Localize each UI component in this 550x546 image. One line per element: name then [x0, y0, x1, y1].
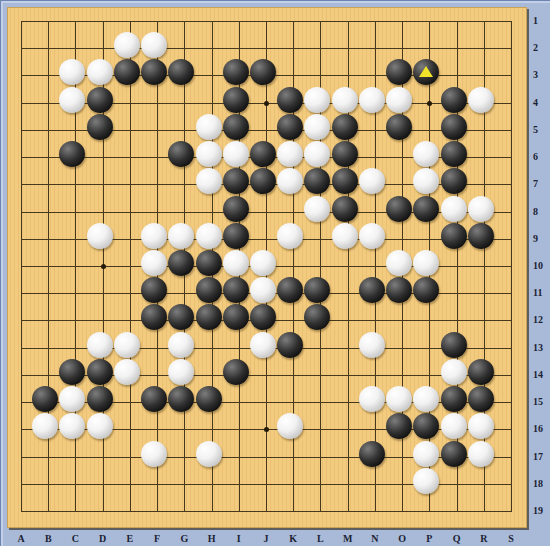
row-label: 4 — [533, 97, 550, 108]
white-stone[interactable] — [468, 413, 494, 439]
black-stone[interactable] — [441, 386, 467, 412]
white-stone[interactable] — [59, 59, 85, 85]
white-stone[interactable] — [114, 332, 140, 358]
white-stone[interactable] — [441, 413, 467, 439]
black-stone[interactable] — [250, 59, 276, 85]
black-stone[interactable] — [223, 223, 249, 249]
white-stone[interactable] — [441, 196, 467, 222]
column-label: Q — [447, 533, 467, 544]
white-stone[interactable] — [413, 441, 439, 467]
black-stone[interactable] — [304, 168, 330, 194]
black-stone[interactable] — [332, 141, 358, 167]
white-stone[interactable] — [87, 332, 113, 358]
column-label: N — [365, 533, 385, 544]
black-stone[interactable] — [59, 359, 85, 385]
grid-line-horizontal — [21, 511, 512, 512]
row-label: 7 — [533, 178, 550, 189]
black-stone[interactable] — [386, 196, 412, 222]
white-stone[interactable] — [196, 114, 222, 140]
row-label: 6 — [533, 151, 550, 162]
white-stone[interactable] — [141, 250, 167, 276]
row-label: 5 — [533, 124, 550, 135]
row-label: 3 — [533, 69, 550, 80]
white-stone[interactable] — [304, 114, 330, 140]
white-stone[interactable] — [59, 87, 85, 113]
go-board[interactable] — [7, 7, 527, 528]
white-stone[interactable] — [304, 141, 330, 167]
column-label: P — [419, 533, 439, 544]
black-stone[interactable] — [223, 359, 249, 385]
white-stone[interactable] — [386, 386, 412, 412]
white-stone[interactable] — [441, 359, 467, 385]
row-label: 16 — [533, 423, 550, 434]
black-stone[interactable] — [168, 141, 194, 167]
white-stone[interactable] — [196, 168, 222, 194]
star-point — [427, 101, 432, 106]
black-stone[interactable] — [223, 168, 249, 194]
white-stone[interactable] — [114, 359, 140, 385]
column-label: O — [392, 533, 412, 544]
white-stone[interactable] — [332, 87, 358, 113]
black-stone[interactable] — [114, 59, 140, 85]
black-stone[interactable] — [87, 87, 113, 113]
black-stone[interactable] — [196, 304, 222, 330]
last-move-marker — [419, 66, 433, 77]
black-stone[interactable] — [168, 386, 194, 412]
white-stone[interactable] — [413, 168, 439, 194]
white-stone[interactable] — [413, 468, 439, 494]
column-label: A — [11, 533, 31, 544]
white-stone[interactable] — [223, 141, 249, 167]
white-stone[interactable] — [168, 359, 194, 385]
black-stone[interactable] — [168, 250, 194, 276]
black-stone[interactable] — [386, 114, 412, 140]
white-stone[interactable] — [468, 87, 494, 113]
row-label: 17 — [533, 451, 550, 462]
row-label: 15 — [533, 396, 550, 407]
white-stone[interactable] — [359, 332, 385, 358]
column-label: C — [65, 533, 85, 544]
black-stone[interactable] — [223, 87, 249, 113]
black-stone[interactable] — [141, 277, 167, 303]
black-stone[interactable] — [332, 114, 358, 140]
star-point — [264, 427, 269, 432]
black-stone[interactable] — [141, 386, 167, 412]
column-label: F — [147, 533, 167, 544]
grid-line-vertical — [511, 21, 512, 512]
white-stone[interactable] — [359, 386, 385, 412]
black-stone[interactable] — [441, 87, 467, 113]
black-stone[interactable] — [250, 304, 276, 330]
black-stone[interactable] — [223, 59, 249, 85]
column-label: R — [474, 533, 494, 544]
white-stone[interactable] — [277, 141, 303, 167]
black-stone[interactable] — [386, 277, 412, 303]
row-label: 18 — [533, 478, 550, 489]
white-stone[interactable] — [141, 223, 167, 249]
black-stone[interactable] — [441, 114, 467, 140]
black-stone[interactable] — [277, 277, 303, 303]
black-stone[interactable] — [32, 386, 58, 412]
black-stone[interactable] — [250, 168, 276, 194]
black-stone[interactable] — [223, 196, 249, 222]
white-stone[interactable] — [250, 250, 276, 276]
white-stone[interactable] — [168, 223, 194, 249]
white-stone[interactable] — [304, 196, 330, 222]
white-stone[interactable] — [87, 59, 113, 85]
white-stone[interactable] — [386, 250, 412, 276]
white-stone[interactable] — [250, 332, 276, 358]
black-stone[interactable] — [223, 304, 249, 330]
black-stone[interactable] — [277, 114, 303, 140]
white-stone[interactable] — [359, 223, 385, 249]
black-stone[interactable] — [468, 386, 494, 412]
column-label: B — [38, 533, 58, 544]
row-label: 14 — [533, 369, 550, 380]
white-stone[interactable] — [59, 413, 85, 439]
column-label: H — [202, 533, 222, 544]
black-stone[interactable] — [468, 223, 494, 249]
row-label: 11 — [533, 287, 550, 298]
star-point — [264, 101, 269, 106]
black-stone[interactable] — [441, 168, 467, 194]
white-stone[interactable] — [277, 413, 303, 439]
black-stone[interactable] — [141, 59, 167, 85]
white-stone[interactable] — [468, 196, 494, 222]
white-stone[interactable] — [359, 168, 385, 194]
black-stone[interactable] — [413, 196, 439, 222]
white-stone[interactable] — [168, 332, 194, 358]
black-stone[interactable] — [386, 59, 412, 85]
black-stone[interactable] — [141, 304, 167, 330]
black-stone[interactable] — [87, 114, 113, 140]
white-stone[interactable] — [141, 441, 167, 467]
black-stone[interactable] — [277, 87, 303, 113]
white-stone[interactable] — [304, 87, 330, 113]
column-label: D — [93, 533, 113, 544]
black-stone[interactable] — [223, 277, 249, 303]
black-stone[interactable] — [413, 277, 439, 303]
row-label: 10 — [533, 260, 550, 271]
column-label: S — [501, 533, 521, 544]
white-stone[interactable] — [196, 223, 222, 249]
black-stone[interactable] — [168, 304, 194, 330]
black-stone[interactable] — [223, 114, 249, 140]
row-label: 8 — [533, 206, 550, 217]
column-label: L — [310, 533, 330, 544]
white-stone[interactable] — [386, 87, 412, 113]
black-stone[interactable] — [441, 332, 467, 358]
column-label: K — [283, 533, 303, 544]
star-point — [101, 264, 106, 269]
column-label: E — [120, 533, 140, 544]
black-stone[interactable] — [441, 223, 467, 249]
black-stone[interactable] — [277, 332, 303, 358]
black-stone[interactable] — [196, 386, 222, 412]
white-stone[interactable] — [141, 32, 167, 58]
white-stone[interactable] — [277, 168, 303, 194]
black-stone[interactable] — [168, 59, 194, 85]
white-stone[interactable] — [359, 87, 385, 113]
white-stone[interactable] — [250, 277, 276, 303]
black-stone[interactable] — [441, 141, 467, 167]
white-stone[interactable] — [87, 413, 113, 439]
black-stone[interactable] — [332, 196, 358, 222]
white-stone[interactable] — [32, 413, 58, 439]
black-stone[interactable] — [304, 277, 330, 303]
white-stone[interactable] — [413, 250, 439, 276]
white-stone[interactable] — [223, 250, 249, 276]
white-stone[interactable] — [468, 441, 494, 467]
column-label: J — [256, 533, 276, 544]
column-label: G — [174, 533, 194, 544]
black-stone[interactable] — [332, 168, 358, 194]
column-label: I — [229, 533, 249, 544]
black-stone[interactable] — [413, 413, 439, 439]
white-stone[interactable] — [196, 441, 222, 467]
black-stone[interactable] — [196, 250, 222, 276]
white-stone[interactable] — [114, 32, 140, 58]
white-stone[interactable] — [277, 223, 303, 249]
black-stone[interactable] — [250, 141, 276, 167]
white-stone[interactable] — [413, 141, 439, 167]
black-stone[interactable] — [304, 304, 330, 330]
column-label: M — [338, 533, 358, 544]
black-stone[interactable] — [441, 441, 467, 467]
white-stone[interactable] — [196, 141, 222, 167]
white-stone[interactable] — [59, 386, 85, 412]
white-stone[interactable] — [332, 223, 358, 249]
row-label: 13 — [533, 342, 550, 353]
black-stone[interactable] — [359, 277, 385, 303]
black-stone[interactable] — [386, 413, 412, 439]
white-stone[interactable] — [87, 223, 113, 249]
black-stone[interactable] — [59, 141, 85, 167]
row-label: 12 — [533, 314, 550, 325]
go-app-window: ABCDEFGHIJKLMNOPQRS 12345678910111213141… — [0, 0, 550, 546]
black-stone[interactable] — [196, 277, 222, 303]
black-stone[interactable] — [468, 359, 494, 385]
black-stone[interactable] — [87, 386, 113, 412]
black-stone[interactable] — [359, 441, 385, 467]
row-label: 2 — [533, 42, 550, 53]
black-stone[interactable] — [87, 359, 113, 385]
row-label: 1 — [533, 15, 550, 26]
row-label: 19 — [533, 505, 550, 516]
white-stone[interactable] — [413, 386, 439, 412]
row-label: 9 — [533, 233, 550, 244]
